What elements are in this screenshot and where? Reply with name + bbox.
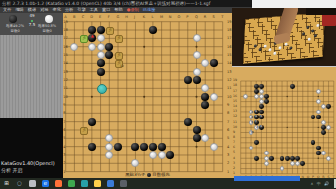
stone-black-E10: 9	[259, 125, 264, 130]
stone-black-E18	[259, 84, 264, 89]
stone-white-E17	[97, 34, 105, 42]
taskbar-app-icon[interactable]	[107, 180, 114, 187]
video-stone	[273, 52, 277, 56]
stone-black-F16	[105, 43, 113, 51]
engine-connected-indicator: 已连接	[143, 7, 156, 12]
coord-number: 6	[227, 128, 229, 132]
suggested-move-marker	[97, 84, 107, 94]
stone-black-F15	[264, 99, 269, 104]
coord-number: 4	[227, 145, 229, 149]
coord-number: 11	[227, 86, 232, 90]
video-stone	[264, 44, 268, 48]
stone-white-F4	[264, 156, 269, 161]
coord-number: 8	[227, 111, 229, 115]
stone-black-D12: 3	[254, 115, 259, 120]
analysis-panel: 49 7.5 胜率49.2% 目数0 胜率50.8% 目数0 KataGov1.…	[0, 13, 63, 178]
coord-number: 10	[227, 95, 232, 99]
coord-number: 5	[63, 136, 65, 140]
video-stone	[285, 43, 289, 47]
stone-black-K4	[285, 156, 290, 161]
coord-number: 12	[63, 78, 68, 82]
video-stone	[258, 48, 262, 52]
progress-bar	[234, 176, 300, 181]
candidate-visits-label: 12	[120, 65, 124, 68]
stone-white-Q13	[193, 68, 201, 76]
stone-white-E16	[97, 43, 105, 51]
black-stats: 胜率49.2% 目数0	[0, 24, 30, 33]
coord-letter: H	[125, 15, 128, 19]
stone-black-Q6	[193, 126, 201, 134]
coord-number: 10	[63, 95, 68, 99]
stone-white-L3	[149, 151, 157, 159]
coord-letter: K	[143, 15, 145, 19]
stone-black-M4	[295, 156, 300, 161]
live-video-window[interactable]	[232, 8, 336, 66]
candidate-move-marker: 彡	[106, 27, 114, 35]
stone-black-D13: 1	[254, 110, 259, 115]
mini-coord-number: 4	[233, 157, 235, 161]
menu-item[interactable]: 帮助	[114, 7, 122, 12]
candidate-move-marker: 彡	[80, 35, 88, 43]
coord-letter: P	[186, 15, 188, 19]
stone-black-R9	[321, 130, 326, 135]
red-object	[322, 14, 336, 26]
taskbar-app-icon[interactable]	[55, 180, 62, 187]
coord-number: 2	[63, 161, 65, 165]
mini-coord-number: 7	[233, 141, 235, 145]
system-tray[interactable]: ∧ 中 🔊	[311, 181, 330, 187]
stone-black-E18	[97, 26, 105, 34]
coord-letter: N	[169, 15, 172, 19]
coord-letter: C	[82, 15, 85, 19]
taskbar-app-icon[interactable]	[68, 180, 75, 187]
stone-white-R11	[321, 120, 326, 125]
mini-coord-number: 6	[233, 146, 235, 150]
coord-letter: F	[108, 15, 110, 19]
coord-number: 2	[227, 161, 229, 165]
mini-coord-number: 16	[233, 95, 237, 99]
coord-letter: L	[151, 15, 153, 19]
coord-letter: G	[117, 15, 120, 19]
video-background-shadow	[306, 8, 336, 15]
mini-coord-number: 18	[233, 84, 237, 88]
stone-black-R10	[201, 93, 209, 101]
mini-coord-number: 14	[233, 105, 237, 109]
stone-black-E14	[259, 104, 264, 109]
taskbar-app-icon[interactable]	[29, 180, 36, 187]
coord-number: 16	[63, 45, 68, 49]
coord-letter: E	[99, 15, 101, 19]
stone-white-D16	[254, 94, 259, 99]
coord-number: 17	[227, 36, 232, 40]
stone-white-S10	[210, 93, 218, 101]
desktop: 分析 2.7.3 1.0b-1.2 (KataGo v1.4.0 (OpenCL…	[0, 0, 336, 189]
coord-number: 18	[227, 28, 232, 32]
coord-letter: B	[73, 15, 75, 19]
stone-white-F3	[264, 161, 269, 166]
stone-black-P7	[184, 118, 192, 126]
stone-black-D7	[254, 140, 259, 145]
stone-white-D10: 8	[254, 125, 259, 130]
video-stone	[311, 29, 315, 33]
stone-black-G4	[114, 143, 122, 151]
coord-number: 12	[227, 78, 232, 82]
stone-black-E13	[259, 110, 264, 115]
menu-item[interactable]: 引擎	[77, 7, 85, 12]
video-stone	[314, 34, 318, 38]
stone-black-Q12	[316, 115, 321, 120]
window-title: 分析 2.7.3 1.0b-1.2 (KataGo v1.4.0 (OpenCL…	[2, 1, 210, 6]
coord-number: 8	[63, 111, 65, 115]
coord-number: 14	[63, 61, 68, 65]
video-stone	[302, 32, 306, 36]
stone-white-E15	[97, 51, 105, 59]
mini-coord-number: 17	[233, 90, 237, 94]
white-player-stone-icon	[45, 15, 53, 23]
mini-coord-number: 1	[233, 172, 235, 176]
taskbar-app-icon[interactable]	[81, 180, 88, 187]
stone-black-F16	[264, 94, 269, 99]
video-stone	[278, 46, 282, 50]
coord-number: 18	[63, 28, 68, 32]
white-stats: 胜率50.8% 目数0	[32, 24, 62, 33]
stone-black-L4	[149, 143, 157, 151]
coord-number: 11	[63, 86, 68, 90]
stone-white-C13: 2	[249, 110, 254, 115]
stone-black-L18	[290, 84, 295, 89]
coord-number: 15	[227, 53, 232, 57]
menu-item[interactable]: 编辑	[15, 7, 23, 12]
coord-number: 7	[63, 120, 65, 124]
video-stone	[316, 24, 320, 28]
taskbar-app-icon[interactable]	[120, 180, 127, 187]
taskbar-app-icon[interactable]: e	[42, 180, 49, 187]
stone-black-Q5	[316, 151, 321, 156]
mini-coord-number: 13	[233, 110, 237, 114]
coord-letter: S	[212, 15, 214, 19]
stone-white-S4	[326, 156, 331, 161]
mini-coord-number: 5	[233, 151, 235, 155]
stone-black-E12: 5	[259, 115, 264, 120]
stone-black-N3	[300, 161, 305, 166]
move-number: 49	[29, 13, 34, 18]
coord-number: 13	[227, 70, 232, 74]
stone-white-R14	[321, 104, 326, 109]
menu-item[interactable]: 分析	[65, 7, 73, 12]
coord-number: 17	[63, 36, 68, 40]
coord-number: 3	[227, 153, 229, 157]
candidate-move-marker: 彡	[80, 127, 88, 135]
coord-letter: O	[178, 15, 181, 19]
taskbar-app-icon[interactable]	[94, 180, 101, 187]
mini-coord-number: 8	[233, 136, 235, 140]
coord-letter: Q	[195, 15, 198, 19]
stone-white-M3	[158, 151, 166, 159]
analysis-toggle-label[interactable]: 分析 开启	[1, 167, 23, 173]
stone-white-C11: 6	[249, 120, 254, 125]
coord-letter: A	[64, 15, 66, 19]
game-record-board-window[interactable]: 19181716151413121110987654321ABCDEFGHJKL…	[232, 66, 336, 179]
record-indicator: ●录制	[127, 7, 139, 12]
mini-coord-number: 19	[233, 79, 237, 83]
coord-number: 7	[227, 120, 229, 124]
mini-coord-number: 2	[233, 167, 235, 171]
coord-number: 15	[63, 53, 68, 57]
start-button[interactable]: ⊞	[3, 180, 10, 187]
menu-item[interactable]: 工具	[90, 7, 98, 12]
coord-number: 1	[63, 170, 65, 174]
stone-white-E17	[259, 89, 264, 94]
stone-black-Q12	[193, 76, 201, 84]
video-stone	[254, 44, 258, 48]
stone-white-E15	[259, 99, 264, 104]
stone-black-E14	[97, 59, 105, 67]
stone-white-Q13	[316, 110, 321, 115]
menu-item[interactable]: 窗口	[102, 7, 110, 12]
stone-white-D16	[88, 43, 96, 51]
stone-black-K4	[140, 143, 148, 151]
stone-black-J4	[280, 156, 285, 161]
panel-lower-area: KataGov1.40(Opencl) 分析 开启	[0, 118, 63, 178]
stone-black-E13	[97, 68, 105, 76]
coord-number: 6	[63, 128, 65, 132]
mini-coord-number: 12	[233, 115, 237, 119]
mini-coord-number: 3	[233, 162, 235, 166]
stone-black-D4	[88, 143, 96, 151]
coord-number: 4	[63, 145, 65, 149]
menu-item[interactable]: 文件	[3, 7, 11, 12]
menu-item[interactable]: 棋谱	[28, 7, 36, 12]
stone-black-G4	[269, 156, 274, 161]
coord-number: 3	[63, 153, 65, 157]
mini-coord-number: 15	[233, 100, 237, 104]
stone-black-D18	[254, 84, 259, 89]
mini-coord-number: 11	[233, 121, 237, 125]
stone-black-Q6	[316, 146, 321, 151]
video-stone	[306, 26, 310, 30]
engine-name-label: KataGov1.40(Opencl)	[1, 160, 55, 166]
search-icon[interactable]: ○	[16, 180, 23, 187]
player-info-panel: 49 7.5 胜率49.2% 目数0 胜率50.8% 目数0	[0, 13, 63, 35]
stone-black-Q5	[193, 134, 201, 142]
stone-black-D4	[254, 156, 259, 161]
video-stone	[289, 46, 293, 50]
black-player-stone-icon	[9, 15, 17, 23]
coord-number: 1	[227, 170, 229, 174]
menu-item[interactable]: 对局	[40, 7, 48, 12]
coord-number: 9	[63, 103, 65, 107]
stone-white-S10	[326, 125, 331, 130]
stone-white-Q17	[316, 89, 321, 94]
coord-letter: R	[204, 15, 207, 19]
stone-black-M4	[158, 143, 166, 151]
stone-black-D11: 7	[254, 120, 259, 125]
coord-number: 19	[63, 20, 68, 24]
stone-white-M3	[295, 161, 300, 166]
stone-black-D7	[88, 118, 96, 126]
coord-letter: D	[90, 15, 93, 19]
mini-coord-number: 9	[233, 131, 235, 135]
stone-black-R10	[321, 125, 326, 130]
stone-black-P12	[184, 76, 192, 84]
stone-white-L3	[290, 161, 295, 166]
coord-letter: J	[134, 15, 135, 19]
coord-letter: M	[160, 15, 163, 19]
stone-white-F4	[105, 143, 113, 151]
coord-number: 5	[227, 136, 229, 140]
stone-black-L4	[290, 156, 295, 161]
candidate-move-marker: 彡	[115, 35, 123, 43]
stone-white-S4	[210, 143, 218, 151]
stone-white-E16	[259, 94, 264, 99]
coord-number: 16	[227, 45, 232, 49]
coord-number: 19	[227, 20, 232, 24]
last-move-marker: ▲	[91, 34, 94, 38]
coord-letter: T	[221, 15, 223, 19]
video-window-titlebar	[252, 0, 336, 8]
coord-number: 13	[63, 70, 68, 74]
stone-white-C9: 10	[249, 130, 254, 135]
video-stone	[268, 48, 272, 52]
candidate-move-marker: 彡	[115, 52, 123, 60]
stone-white-Q17	[193, 34, 201, 42]
stone-white-Q15	[193, 51, 201, 59]
coord-number: 9	[227, 103, 229, 107]
stone-black-D17	[254, 89, 259, 94]
mini-coord-number: 10	[233, 126, 237, 130]
stone-white-Q15	[316, 99, 321, 104]
main-go-board[interactable]: 黑贴3¾子 目数领先 ABCDEFGHJKLMNOPQRST1919181817…	[63, 13, 232, 178]
stone-white-C12: 4	[249, 115, 254, 120]
menu-item[interactable]: 变化	[53, 7, 61, 12]
video-stone	[308, 38, 312, 42]
coord-number: 14	[227, 61, 232, 65]
stone-black-L18	[149, 26, 157, 34]
